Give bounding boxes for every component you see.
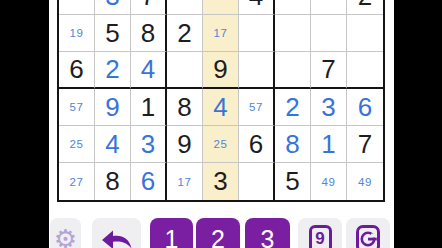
cell-r8c2[interactable]: 4 [95, 126, 131, 163]
cell-r9c4[interactable]: 17 [167, 163, 203, 200]
cell-r9c6[interactable] [239, 163, 275, 200]
undo-arrow-icon [99, 228, 135, 248]
cell-r7c7[interactable]: 2 [275, 89, 311, 126]
cell-r4c4[interactable] [167, 0, 203, 15]
cell-r6c9[interactable] [347, 52, 383, 89]
cell-r7c4[interactable]: 8 [167, 89, 203, 126]
cell-r6c6[interactable] [239, 52, 275, 89]
cell-r5c8[interactable] [311, 15, 347, 52]
cell-r5c3[interactable]: 8 [131, 15, 167, 52]
cell-r6c1[interactable]: 6 [59, 52, 95, 89]
cell-r6c8[interactable]: 7 [311, 52, 347, 89]
digit-2-button[interactable]: 2 [196, 218, 240, 248]
numpad-9-button[interactable]: 9 [298, 218, 342, 248]
cell-r8c5[interactable]: 25 [203, 126, 239, 163]
cell-r7c6[interactable]: 57 [239, 89, 275, 126]
cell-r9c2[interactable]: 8 [95, 163, 131, 200]
cell-r9c5[interactable]: 3 [203, 163, 239, 200]
cell-r7c5[interactable]: 4 [203, 89, 239, 126]
cell-r5c5[interactable]: 17 [203, 15, 239, 52]
cell-r9c9[interactable]: 49 [347, 163, 383, 200]
cell-r6c5[interactable]: 9 [203, 52, 239, 89]
cell-r8c4[interactable]: 9 [167, 126, 203, 163]
numpad-9-icon: 9 [309, 225, 332, 248]
cell-r7c8[interactable]: 3 [311, 89, 347, 126]
cell-r4c6[interactable]: 4 [239, 0, 275, 15]
cell-r8c1[interactable]: 25 [59, 126, 95, 163]
cell-r6c4[interactable] [167, 52, 203, 89]
cell-r5c6[interactable] [239, 15, 275, 52]
cell-r4c3[interactable]: 7 [131, 0, 167, 15]
auto-circle-button[interactable] [346, 218, 390, 248]
cell-r5c9[interactable] [347, 15, 383, 52]
cell-r5c2[interactable]: 5 [95, 15, 131, 52]
cell-r8c6[interactable]: 6 [239, 126, 275, 163]
cell-r8c8[interactable]: 1 [311, 126, 347, 163]
cell-r4c5[interactable] [203, 0, 239, 15]
cell-r9c3[interactable]: 6 [131, 163, 167, 200]
cell-r9c1[interactable]: 27 [59, 163, 95, 200]
cell-r8c3[interactable]: 3 [131, 126, 167, 163]
cell-r4c1[interactable]: 19 [59, 0, 95, 15]
cell-r5c4[interactable]: 2 [167, 15, 203, 52]
sudoku-grid: 1937421958217624975791845723625439256817… [57, 0, 385, 202]
cell-r6c3[interactable]: 4 [131, 52, 167, 89]
cell-r5c1[interactable]: 19 [59, 15, 95, 52]
cell-r7c3[interactable]: 1 [131, 89, 167, 126]
cell-r8c7[interactable]: 8 [275, 126, 311, 163]
cell-r4c2[interactable]: 3 [95, 0, 131, 15]
circular-arrow-square-icon [356, 225, 380, 248]
cell-r7c1[interactable]: 57 [59, 89, 95, 126]
cell-r8c9[interactable]: 7 [347, 126, 383, 163]
cell-r6c2[interactable]: 2 [95, 52, 131, 89]
settings-button[interactable]: ⚙ [50, 218, 81, 248]
digit-3-button[interactable]: 3 [245, 218, 290, 248]
app-screen: 1937421958217624975791845723625439256817… [49, 0, 394, 248]
cell-r7c2[interactable]: 9 [95, 89, 131, 126]
gear-icon: ⚙ [54, 226, 77, 248]
cell-r9c7[interactable]: 5 [275, 163, 311, 200]
cell-r5c7[interactable] [275, 15, 311, 52]
cell-r4c7[interactable] [275, 0, 311, 15]
undo-button[interactable] [92, 218, 141, 248]
cell-r4c8[interactable] [311, 0, 347, 15]
cell-r6c7[interactable] [275, 52, 311, 89]
digit-1-button[interactable]: 1 [150, 218, 193, 248]
cell-r7c9[interactable]: 6 [347, 89, 383, 126]
cell-r9c8[interactable]: 49 [311, 163, 347, 200]
cell-r4c9[interactable]: 2 [347, 0, 383, 15]
